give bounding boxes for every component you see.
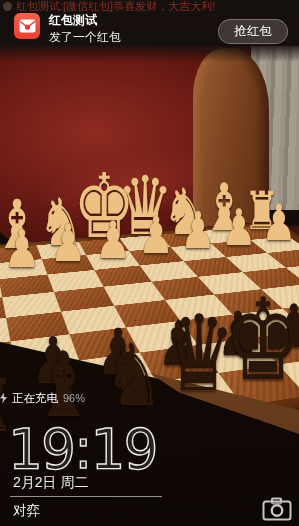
banner-app-title: 红包测试 [49,12,97,29]
lock-screen: ♜♝♞♚♛♞♝♜♟♟♟♟♟♟♟♟♟♟♟♟♟♟♟♟♜♝♞♛♚♞♝♜ 红包测试:[微… [0,0,299,526]
owner-label: 对弈 [13,502,40,520]
leather-chair-arm [193,48,269,248]
grab-red-packet-button[interactable]: 抢红包 [218,19,288,44]
notification-banner[interactable]: 红包测试 发了一个红包 抢红包 [0,8,299,54]
clock-time: 19:19 [8,417,157,481]
charging-status-row: 正在充电 96% [0,390,299,406]
battery-percent: 96% [63,392,85,404]
charging-label: 正在充电 [12,391,58,406]
divider-line [10,496,162,497]
banner-subtitle: 发了一个红包 [49,29,121,46]
envelope-glyph [19,19,36,33]
camera-icon[interactable] [262,497,292,521]
charging-bolt-icon [0,393,7,404]
red-packet-icon [14,13,40,39]
date-text: 2月2日 周二 [13,474,88,492]
